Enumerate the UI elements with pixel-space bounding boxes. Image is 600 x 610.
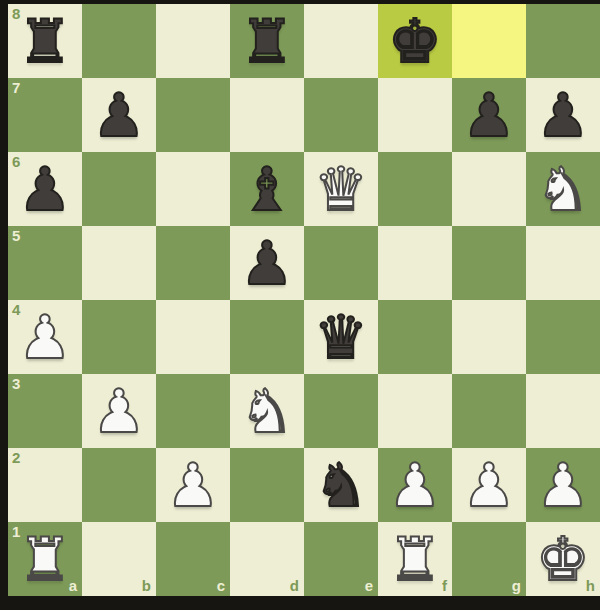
- black-pawn-b7[interactable]: ♟: [92, 78, 146, 152]
- file-label-b: b: [142, 578, 151, 593]
- rank-label-2: 2: [12, 450, 20, 465]
- square-b3[interactable]: ♟: [82, 374, 156, 448]
- white-pawn-b3[interactable]: ♟: [92, 374, 146, 448]
- rank-label-5: 5: [12, 228, 20, 243]
- white-pawn-f2[interactable]: ♟: [388, 448, 442, 522]
- square-c1[interactable]: c: [156, 522, 230, 596]
- rank-label-4: 4: [12, 302, 20, 317]
- black-king-f8[interactable]: ♚: [388, 4, 442, 78]
- square-b8[interactable]: [82, 4, 156, 78]
- square-g6[interactable]: [452, 152, 526, 226]
- square-h6[interactable]: ♞: [526, 152, 600, 226]
- square-a1[interactable]: 1a♜: [8, 522, 82, 596]
- square-a6[interactable]: 6♟: [8, 152, 82, 226]
- square-h5[interactable]: [526, 226, 600, 300]
- square-h2[interactable]: ♟: [526, 448, 600, 522]
- square-h4[interactable]: [526, 300, 600, 374]
- file-label-f: f: [442, 578, 447, 593]
- square-a8[interactable]: 8♜: [8, 4, 82, 78]
- square-d2[interactable]: [230, 448, 304, 522]
- square-e1[interactable]: e: [304, 522, 378, 596]
- file-label-g: g: [512, 578, 521, 593]
- square-a3[interactable]: 3: [8, 374, 82, 448]
- white-pawn-a4[interactable]: ♟: [18, 300, 72, 374]
- chess-app-window: 8♜♜♚7♟♟♟6♟♝♛♞5♟4♟♛3♟♞2♟♞♟♟♟1a♜bcdef♜gh♚: [0, 0, 600, 610]
- black-pawn-d5[interactable]: ♟: [240, 226, 294, 300]
- square-b4[interactable]: [82, 300, 156, 374]
- square-c5[interactable]: [156, 226, 230, 300]
- square-g8[interactable]: [452, 4, 526, 78]
- square-f8[interactable]: ♚: [378, 4, 452, 78]
- square-d3[interactable]: ♞: [230, 374, 304, 448]
- white-rook-f1[interactable]: ♜: [388, 522, 442, 596]
- square-f6[interactable]: [378, 152, 452, 226]
- file-label-a: a: [69, 578, 77, 593]
- chess-board: 8♜♜♚7♟♟♟6♟♝♛♞5♟4♟♛3♟♞2♟♞♟♟♟1a♜bcdef♜gh♚: [8, 4, 600, 596]
- square-h3[interactable]: [526, 374, 600, 448]
- square-g5[interactable]: [452, 226, 526, 300]
- square-c4[interactable]: [156, 300, 230, 374]
- square-e7[interactable]: [304, 78, 378, 152]
- black-bishop-d6[interactable]: ♝: [240, 152, 294, 226]
- square-g1[interactable]: g: [452, 522, 526, 596]
- square-d8[interactable]: ♜: [230, 4, 304, 78]
- square-b7[interactable]: ♟: [82, 78, 156, 152]
- black-queen-e4[interactable]: ♛: [314, 300, 368, 374]
- square-d5[interactable]: ♟: [230, 226, 304, 300]
- square-g7[interactable]: ♟: [452, 78, 526, 152]
- square-d1[interactable]: d: [230, 522, 304, 596]
- black-knight-e2[interactable]: ♞: [314, 448, 368, 522]
- square-b1[interactable]: b: [82, 522, 156, 596]
- file-label-h: h: [586, 578, 595, 593]
- black-rook-d8[interactable]: ♜: [240, 4, 294, 78]
- square-f5[interactable]: [378, 226, 452, 300]
- square-h1[interactable]: h♚: [526, 522, 600, 596]
- square-h8[interactable]: [526, 4, 600, 78]
- white-pawn-g2[interactable]: ♟: [462, 448, 516, 522]
- square-e8[interactable]: [304, 4, 378, 78]
- square-g4[interactable]: [452, 300, 526, 374]
- square-f7[interactable]: [378, 78, 452, 152]
- square-f4[interactable]: [378, 300, 452, 374]
- white-queen-e6[interactable]: ♛: [314, 152, 368, 226]
- white-pawn-h2[interactable]: ♟: [536, 448, 590, 522]
- file-label-c: c: [217, 578, 225, 593]
- square-c2[interactable]: ♟: [156, 448, 230, 522]
- white-knight-d3[interactable]: ♞: [240, 374, 294, 448]
- square-b2[interactable]: [82, 448, 156, 522]
- file-label-e: e: [365, 578, 373, 593]
- rank-label-8: 8: [12, 6, 20, 21]
- square-f2[interactable]: ♟: [378, 448, 452, 522]
- rank-label-1: 1: [12, 524, 20, 539]
- square-d4[interactable]: [230, 300, 304, 374]
- square-c6[interactable]: [156, 152, 230, 226]
- square-a7[interactable]: 7: [8, 78, 82, 152]
- rank-label-6: 6: [12, 154, 20, 169]
- black-rook-a8[interactable]: ♜: [18, 4, 72, 78]
- square-d7[interactable]: [230, 78, 304, 152]
- square-f3[interactable]: [378, 374, 452, 448]
- square-a5[interactable]: 5: [8, 226, 82, 300]
- square-b6[interactable]: [82, 152, 156, 226]
- square-f1[interactable]: f♜: [378, 522, 452, 596]
- square-c7[interactable]: [156, 78, 230, 152]
- square-e2[interactable]: ♞: [304, 448, 378, 522]
- white-rook-a1[interactable]: ♜: [18, 522, 72, 596]
- square-a2[interactable]: 2: [8, 448, 82, 522]
- square-g3[interactable]: [452, 374, 526, 448]
- file-label-d: d: [290, 578, 299, 593]
- rank-label-7: 7: [12, 80, 20, 95]
- square-b5[interactable]: [82, 226, 156, 300]
- square-c8[interactable]: [156, 4, 230, 78]
- black-pawn-h7[interactable]: ♟: [536, 78, 590, 152]
- rank-label-3: 3: [12, 376, 20, 391]
- white-pawn-c2[interactable]: ♟: [166, 448, 220, 522]
- square-h7[interactable]: ♟: [526, 78, 600, 152]
- square-d6[interactable]: ♝: [230, 152, 304, 226]
- white-knight-h6[interactable]: ♞: [536, 152, 590, 226]
- square-e4[interactable]: ♛: [304, 300, 378, 374]
- square-e3[interactable]: [304, 374, 378, 448]
- square-a4[interactable]: 4♟: [8, 300, 82, 374]
- white-king-h1[interactable]: ♚: [536, 522, 590, 596]
- square-e5[interactable]: [304, 226, 378, 300]
- black-pawn-g7[interactable]: ♟: [462, 78, 516, 152]
- square-e6[interactable]: ♛: [304, 152, 378, 226]
- black-pawn-a6[interactable]: ♟: [18, 152, 72, 226]
- square-c3[interactable]: [156, 374, 230, 448]
- square-g2[interactable]: ♟: [452, 448, 526, 522]
